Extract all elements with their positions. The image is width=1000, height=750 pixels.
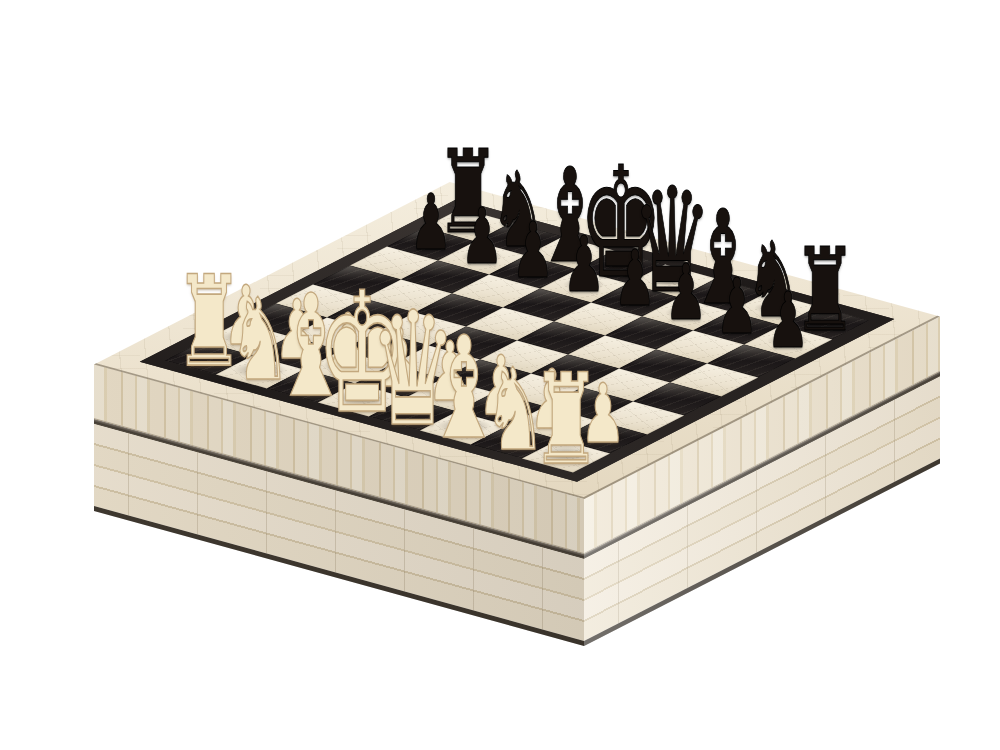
product-photo-stage: ♜♞♝♚♛♝♞♜♟♟♟♟♟♟♟♟♟♟♟♟♟♟♟♟♜♞♝♚♛♝♞♜: [0, 0, 1000, 750]
